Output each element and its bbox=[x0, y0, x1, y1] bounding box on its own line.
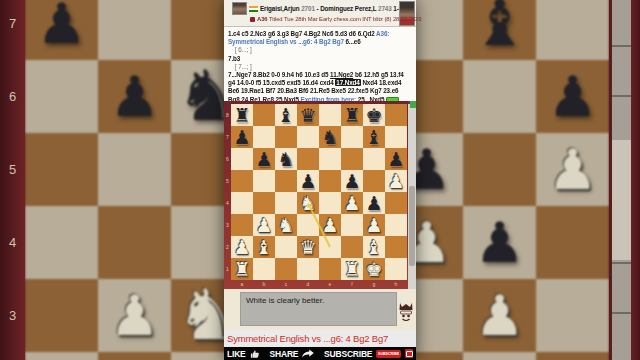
white-p-piece[interactable]: ♟ bbox=[253, 214, 275, 236]
wallpaper-square bbox=[536, 206, 609, 279]
black-n-piece[interactable]: ♞ bbox=[275, 148, 297, 170]
white-player-photo bbox=[232, 2, 247, 15]
square-e3[interactable]: ♟ bbox=[319, 214, 341, 236]
notation-line-1: 1.c4 c5 2.Nc3 g6 3.g3 Bg7 4.Bg2 Nc6 5.d3… bbox=[228, 30, 406, 46]
file-label: e bbox=[319, 280, 341, 289]
event-text: A36 Titled Tue 28th Mar Early chess.com … bbox=[257, 16, 421, 22]
square-g4[interactable]: ♟ bbox=[363, 192, 385, 214]
move-6e6[interactable]: 6...e6 bbox=[345, 38, 360, 45]
white-r-piece[interactable]: ♜ bbox=[341, 258, 363, 280]
wallpaper-square bbox=[463, 0, 536, 60]
square-g7[interactable]: ♝ bbox=[363, 126, 385, 148]
white-b-piece[interactable]: ♝ bbox=[363, 236, 385, 258]
india-flag-icon bbox=[249, 6, 258, 12]
file-label: g bbox=[363, 280, 385, 289]
black-k-piece[interactable]: ♚ bbox=[363, 104, 385, 126]
white-q-piece[interactable]: ♛ bbox=[297, 236, 319, 258]
players-text: Erigaisi,Arjun 2701 - Dominguez Perez,L … bbox=[260, 5, 402, 12]
wallpaper-square bbox=[463, 352, 536, 360]
variation-6[interactable]: [ 6...; ] bbox=[228, 46, 406, 54]
comment-text: White is clearly better. bbox=[241, 293, 396, 305]
square-h2[interactable] bbox=[385, 236, 407, 258]
current-move[interactable]: 17.Nxd4 bbox=[335, 79, 360, 86]
players-line: Erigaisi,Arjun 2701 - Dominguez Perez,L … bbox=[232, 2, 413, 15]
wallpaper-left-border: 76543 bbox=[0, 0, 25, 360]
event-rest: Titled Tue 28th Mar Early chess.com INT … bbox=[269, 16, 421, 22]
white-p-piece[interactable]: ♟ bbox=[231, 236, 253, 258]
wallpaper-square bbox=[25, 352, 98, 360]
square-f4[interactable]: ♟ bbox=[341, 192, 363, 214]
square-e6[interactable] bbox=[319, 148, 341, 170]
square-a3[interactable] bbox=[231, 214, 253, 236]
subscribe-label: SUBSCRIBE bbox=[324, 349, 372, 359]
event-code: A36 bbox=[257, 16, 268, 22]
square-b4[interactable] bbox=[253, 192, 275, 214]
square-d6[interactable] bbox=[297, 148, 319, 170]
black-elo: 2743 bbox=[378, 5, 392, 12]
square-h7[interactable] bbox=[385, 126, 407, 148]
square-a6[interactable] bbox=[231, 148, 253, 170]
black-name: Dominguez Perez,L bbox=[320, 5, 376, 12]
board-file-labels: abcdefgh bbox=[231, 280, 407, 289]
rank-label: 4 bbox=[224, 192, 231, 214]
white-p-piece[interactable]: ♟ bbox=[341, 192, 363, 214]
square-b5[interactable] bbox=[253, 170, 275, 192]
square-b6[interactable]: ♟ bbox=[253, 148, 275, 170]
file-label: f bbox=[341, 280, 363, 289]
wallpaper-rank-label: 6 bbox=[0, 60, 25, 133]
scroll-strip-thumb bbox=[612, 140, 631, 260]
wallpaper-square bbox=[25, 133, 98, 206]
square-f1[interactable]: ♜ bbox=[341, 258, 363, 280]
wallpaper-square bbox=[536, 352, 609, 360]
comment-area: White is clearly better. bbox=[224, 289, 416, 330]
square-g3[interactable]: ♟ bbox=[363, 214, 385, 236]
square-d8[interactable]: ♛ bbox=[297, 104, 319, 126]
notation-pane[interactable]: 1.c4 c5 2.Nc3 g6 3.g3 Bg7 4.Bg2 Nc6 5.d3… bbox=[224, 28, 408, 101]
square-b7[interactable] bbox=[253, 126, 275, 148]
square-b8[interactable] bbox=[253, 104, 275, 126]
square-a8[interactable]: ♜ bbox=[231, 104, 253, 126]
wallpaper-square bbox=[25, 279, 98, 352]
white-p-piece[interactable]: ♟ bbox=[319, 214, 341, 236]
wallpaper-square bbox=[98, 60, 171, 133]
black-p-piece[interactable]: ♟ bbox=[363, 192, 385, 214]
wallpaper-square bbox=[463, 206, 536, 279]
rank-label: 2 bbox=[224, 236, 231, 258]
rank-label: 3 bbox=[224, 214, 231, 236]
square-d5[interactable]: ♟ bbox=[297, 170, 319, 192]
scroll-strip-line bbox=[612, 312, 631, 314]
dash: - bbox=[316, 5, 318, 12]
rank-label: 1 bbox=[224, 258, 231, 280]
wallpaper-square bbox=[25, 0, 98, 60]
scroll-strip-line bbox=[612, 262, 631, 264]
analysis-board-squares: ♜♝♛♜♚♟♞♝♟♞♟♟♟♟♞♟♟♟♞♟♟♟♝♛♝♜♜♚ bbox=[231, 104, 407, 280]
event-line: A36 Titled Tue 28th Mar Early chess.com … bbox=[250, 16, 421, 22]
square-c6[interactable]: ♞ bbox=[275, 148, 297, 170]
square-c3[interactable]: ♞ bbox=[275, 214, 297, 236]
wallpaper-square bbox=[25, 60, 98, 133]
square-g6[interactable] bbox=[363, 148, 385, 170]
like-button[interactable]: LIKE bbox=[227, 349, 246, 359]
wallpaper-square bbox=[536, 0, 609, 60]
game-header: Erigaisi,Arjun 2701 - Dominguez Perez,L … bbox=[224, 0, 416, 27]
square-f2[interactable] bbox=[341, 236, 363, 258]
square-d4[interactable]: ♞ bbox=[297, 192, 319, 214]
crown-logo-icon bbox=[398, 302, 414, 323]
square-f3[interactable] bbox=[341, 214, 363, 236]
square-e4[interactable] bbox=[319, 192, 341, 214]
white-n-piece[interactable]: ♞ bbox=[297, 192, 319, 214]
square-d1[interactable] bbox=[297, 258, 319, 280]
white-b-piece[interactable]: ♝ bbox=[253, 236, 275, 258]
file-label: d bbox=[297, 280, 319, 289]
square-c7[interactable] bbox=[275, 126, 297, 148]
square-g1[interactable]: ♚ bbox=[363, 258, 385, 280]
square-h5[interactable]: ♟ bbox=[385, 170, 407, 192]
square-c2[interactable] bbox=[275, 236, 297, 258]
square-f6[interactable] bbox=[341, 148, 363, 170]
board-rank-labels: 87654321 bbox=[224, 104, 231, 280]
file-label: a bbox=[231, 280, 253, 289]
black-p-piece[interactable]: ♟ bbox=[253, 148, 275, 170]
youtube-icon[interactable] bbox=[405, 349, 413, 358]
stage: ♟♝♟♞♟♟♟♟♟♟♞♟ 76543 Erigaisi,Arjun 2701 -… bbox=[0, 0, 640, 360]
rank-label: 5 bbox=[224, 170, 231, 192]
square-b3[interactable]: ♟ bbox=[253, 214, 275, 236]
white-p-piece[interactable]: ♟ bbox=[363, 214, 385, 236]
black-p-piece[interactable]: ♟ bbox=[297, 170, 319, 192]
black-p-piece[interactable]: ♟ bbox=[341, 170, 363, 192]
white-p-piece[interactable]: ♟ bbox=[385, 170, 407, 192]
wallpaper-rank-label: 3 bbox=[0, 279, 25, 352]
rank-label: 7 bbox=[224, 126, 231, 148]
square-c4[interactable] bbox=[275, 192, 297, 214]
wallpaper-square bbox=[25, 206, 98, 279]
wallpaper-square bbox=[98, 279, 171, 352]
board-scrollbar[interactable] bbox=[408, 104, 416, 289]
wallpaper-square bbox=[463, 133, 536, 206]
square-c5[interactable] bbox=[275, 170, 297, 192]
wallpaper-square bbox=[98, 352, 171, 360]
black-p-piece[interactable]: ♟ bbox=[231, 126, 253, 148]
white-elo: 2701 bbox=[301, 5, 315, 12]
wallpaper-square bbox=[536, 133, 609, 206]
white-n-piece[interactable]: ♞ bbox=[275, 214, 297, 236]
square-h1[interactable] bbox=[385, 258, 407, 280]
move-7b3[interactable]: 7.b3 bbox=[228, 55, 406, 63]
video-title-banner: Symmetrical English vs ...g6: 4 Bg2 Bg7 bbox=[224, 330, 416, 347]
square-a5[interactable] bbox=[231, 170, 253, 192]
wallpaper-square bbox=[463, 279, 536, 352]
white-r-piece[interactable]: ♜ bbox=[231, 258, 253, 280]
square-d3[interactable] bbox=[297, 214, 319, 236]
chessboard: 87654321 ♜♝♛♜♚♟♞♝♟♞♟♟♟♟♞♟♟♟♞♟♟♟♝♛♝♜♜♚ ab… bbox=[224, 101, 416, 289]
wallpaper-square bbox=[536, 279, 609, 352]
square-a7[interactable]: ♟ bbox=[231, 126, 253, 148]
square-e8[interactable] bbox=[319, 104, 341, 126]
rank-label: 8 bbox=[224, 104, 231, 126]
square-f7[interactable] bbox=[341, 126, 363, 148]
square-b1[interactable] bbox=[253, 258, 275, 280]
square-c1[interactable] bbox=[275, 258, 297, 280]
green-indicator bbox=[410, 101, 416, 108]
black-b-piece[interactable]: ♝ bbox=[363, 126, 385, 148]
file-label: b bbox=[253, 280, 275, 289]
square-h8[interactable] bbox=[385, 104, 407, 126]
square-d7[interactable] bbox=[297, 126, 319, 148]
rank-label: 6 bbox=[224, 148, 231, 170]
variation-7[interactable]: [ 7...; ] bbox=[228, 63, 406, 71]
analysis-window: Erigaisi,Arjun 2701 - Dominguez Perez,L … bbox=[224, 0, 416, 360]
square-a2[interactable]: ♟ bbox=[231, 236, 253, 258]
square-g8[interactable]: ♚ bbox=[363, 104, 385, 126]
wallpaper-rank-label: 4 bbox=[0, 206, 25, 279]
wallpaper-square bbox=[98, 206, 171, 279]
share-button[interactable]: SHARE bbox=[270, 349, 299, 359]
wallpaper-scroll-strip bbox=[612, 0, 631, 360]
black-player-photo bbox=[399, 1, 415, 26]
square-e1[interactable] bbox=[319, 258, 341, 280]
black-r-piece[interactable]: ♜ bbox=[341, 104, 363, 126]
wallpaper-rank-label: 5 bbox=[0, 133, 25, 206]
scrollbar-thumb[interactable] bbox=[409, 186, 415, 266]
square-a4[interactable] bbox=[231, 192, 253, 214]
black-p-piece[interactable]: ♟ bbox=[385, 148, 407, 170]
wallpaper-square bbox=[463, 60, 536, 133]
subscribe-button[interactable]: SUBSCRIBE bbox=[376, 350, 400, 358]
scroll-strip-line bbox=[612, 45, 631, 47]
square-c8[interactable]: ♝ bbox=[275, 104, 297, 126]
square-g5[interactable] bbox=[363, 170, 385, 192]
action-bar: LIKE SHARE SUBSCRIBE SUBSCRIBE bbox=[224, 347, 416, 360]
scroll-strip-line bbox=[612, 95, 631, 97]
wallpaper-square bbox=[98, 133, 171, 206]
square-b2[interactable]: ♝ bbox=[253, 236, 275, 258]
comment-panel[interactable]: White is clearly better. bbox=[240, 292, 397, 326]
black-q-piece[interactable]: ♛ bbox=[297, 104, 319, 126]
black-n-piece[interactable]: ♞ bbox=[319, 126, 341, 148]
file-label: c bbox=[275, 280, 297, 289]
wallpaper-right-border bbox=[609, 0, 640, 360]
wallpaper-square bbox=[98, 0, 171, 60]
square-a1[interactable]: ♜ bbox=[231, 258, 253, 280]
moves-seg-a[interactable]: 7...Nge7 8.Bb2 0-0 9.h4 h6 10.e3 d5 bbox=[228, 71, 328, 78]
square-e5[interactable] bbox=[319, 170, 341, 192]
event-icon bbox=[250, 17, 255, 22]
square-f5[interactable]: ♟ bbox=[341, 170, 363, 192]
thumbs-up-icon[interactable] bbox=[250, 349, 260, 359]
share-arrow-icon[interactable] bbox=[302, 349, 314, 358]
move-11nge2[interactable]: 11.Nge2 bbox=[330, 71, 353, 78]
file-label: h bbox=[385, 280, 407, 289]
black-b-piece[interactable]: ♝ bbox=[275, 104, 297, 126]
moves-opening[interactable]: 1.c4 c5 2.Nc3 g6 3.g3 Bg7 4.Bg2 Nc6 5.d3… bbox=[228, 30, 375, 37]
white-k-piece[interactable]: ♚ bbox=[363, 258, 385, 280]
square-h3[interactable] bbox=[385, 214, 407, 236]
square-d2[interactable]: ♛ bbox=[297, 236, 319, 258]
wallpaper-square bbox=[536, 60, 609, 133]
square-h6[interactable]: ♟ bbox=[385, 148, 407, 170]
square-f8[interactable]: ♜ bbox=[341, 104, 363, 126]
square-e7[interactable]: ♞ bbox=[319, 126, 341, 148]
square-e2[interactable] bbox=[319, 236, 341, 258]
white-name: Erigaisi,Arjun bbox=[260, 5, 300, 12]
square-g2[interactable]: ♝ bbox=[363, 236, 385, 258]
black-r-piece[interactable]: ♜ bbox=[231, 104, 253, 126]
wallpaper-rank-label: 7 bbox=[0, 0, 25, 60]
square-h4[interactable] bbox=[385, 192, 407, 214]
